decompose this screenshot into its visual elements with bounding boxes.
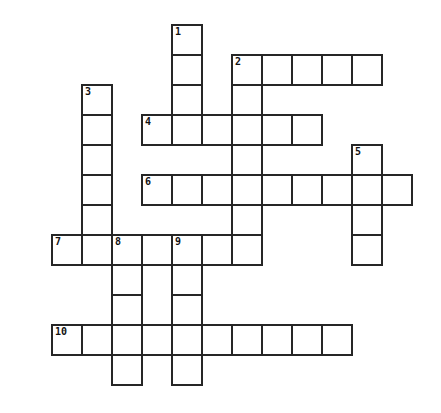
- clue-number-6: 6: [145, 176, 151, 188]
- cell-r5c5[interactable]: [201, 174, 233, 206]
- cell-r1c9[interactable]: [321, 54, 353, 86]
- cell-r2c6[interactable]: [231, 84, 263, 116]
- crossword-page: 12345678910: [0, 0, 441, 413]
- cell-r9c2[interactable]: [111, 294, 143, 326]
- cell-r7c10[interactable]: [351, 234, 383, 266]
- cell-r5c11[interactable]: [381, 174, 413, 206]
- cell-r3c4[interactable]: [171, 114, 203, 146]
- cell-r8c2[interactable]: [111, 264, 143, 296]
- cell-r5c10[interactable]: [351, 174, 383, 206]
- cell-r9c4[interactable]: [171, 294, 203, 326]
- clue-number-8: 8: [115, 236, 121, 248]
- cell-r7c0[interactable]: 7: [51, 234, 83, 266]
- cell-r10c4[interactable]: [171, 324, 203, 356]
- cell-r7c5[interactable]: [201, 234, 233, 266]
- cell-r3c1[interactable]: [81, 114, 113, 146]
- cell-r3c7[interactable]: [261, 114, 293, 146]
- cell-r5c4[interactable]: [171, 174, 203, 206]
- cell-r11c2[interactable]: [111, 354, 143, 386]
- cell-r2c4[interactable]: [171, 84, 203, 116]
- cell-r2c1[interactable]: 3: [81, 84, 113, 116]
- cell-r10c7[interactable]: [261, 324, 293, 356]
- cell-r10c8[interactable]: [291, 324, 323, 356]
- cell-r4c10[interactable]: 5: [351, 144, 383, 176]
- clue-number-1: 1: [175, 26, 181, 38]
- cell-r10c0[interactable]: 10: [51, 324, 83, 356]
- cell-r5c6[interactable]: [231, 174, 263, 206]
- cell-r6c6[interactable]: [231, 204, 263, 236]
- cell-r8c4[interactable]: [171, 264, 203, 296]
- cell-r5c3[interactable]: 6: [141, 174, 173, 206]
- cell-r7c4[interactable]: 9: [171, 234, 203, 266]
- clue-number-3: 3: [85, 86, 91, 98]
- clue-number-2: 2: [235, 56, 241, 68]
- cell-r11c4[interactable]: [171, 354, 203, 386]
- cell-r7c1[interactable]: [81, 234, 113, 266]
- cell-r7c2[interactable]: 8: [111, 234, 143, 266]
- cell-r6c1[interactable]: [81, 204, 113, 236]
- cell-r10c1[interactable]: [81, 324, 113, 356]
- cell-r1c8[interactable]: [291, 54, 323, 86]
- cell-r1c7[interactable]: [261, 54, 293, 86]
- cell-r1c4[interactable]: [171, 54, 203, 86]
- cell-r10c6[interactable]: [231, 324, 263, 356]
- clue-number-5: 5: [355, 146, 361, 158]
- cell-r5c9[interactable]: [321, 174, 353, 206]
- cell-r5c1[interactable]: [81, 174, 113, 206]
- cell-r3c3[interactable]: 4: [141, 114, 173, 146]
- cell-r7c3[interactable]: [141, 234, 173, 266]
- cell-r4c6[interactable]: [231, 144, 263, 176]
- cell-r5c8[interactable]: [291, 174, 323, 206]
- crossword-board: 12345678910: [0, 0, 441, 413]
- cell-r1c6[interactable]: 2: [231, 54, 263, 86]
- cell-r1c10[interactable]: [351, 54, 383, 86]
- cell-r7c6[interactable]: [231, 234, 263, 266]
- cell-r3c6[interactable]: [231, 114, 263, 146]
- cell-r3c8[interactable]: [291, 114, 323, 146]
- cell-r0c4[interactable]: 1: [171, 24, 203, 56]
- cell-r10c2[interactable]: [111, 324, 143, 356]
- clue-number-9: 9: [175, 236, 181, 248]
- clue-number-4: 4: [145, 116, 151, 128]
- cell-r10c9[interactable]: [321, 324, 353, 356]
- clue-number-10: 10: [55, 326, 67, 338]
- clue-number-7: 7: [55, 236, 61, 248]
- cell-r3c5[interactable]: [201, 114, 233, 146]
- cell-r5c7[interactable]: [261, 174, 293, 206]
- cell-r6c10[interactable]: [351, 204, 383, 236]
- cell-r4c1[interactable]: [81, 144, 113, 176]
- cell-r10c3[interactable]: [141, 324, 173, 356]
- cell-r10c5[interactable]: [201, 324, 233, 356]
